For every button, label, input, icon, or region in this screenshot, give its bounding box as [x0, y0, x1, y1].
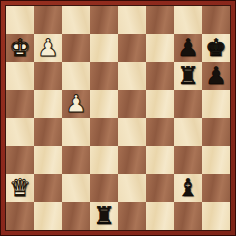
square-a8[interactable] — [6, 6, 34, 34]
square-b8[interactable] — [34, 6, 62, 34]
square-c6[interactable] — [62, 62, 90, 90]
square-c5[interactable]: ♟ — [62, 90, 90, 118]
piece-black-rook[interactable]: ♜ — [93, 202, 115, 230]
square-c3[interactable] — [62, 146, 90, 174]
square-f6[interactable] — [146, 62, 174, 90]
square-c4[interactable] — [62, 118, 90, 146]
square-c1[interactable] — [62, 202, 90, 230]
square-g7[interactable]: ♟ — [174, 34, 202, 62]
square-b4[interactable] — [34, 118, 62, 146]
square-a3[interactable] — [6, 146, 34, 174]
piece-black-bishop[interactable]: ♝ — [177, 174, 199, 202]
square-f4[interactable] — [146, 118, 174, 146]
square-g2[interactable]: ♝ — [174, 174, 202, 202]
square-g6[interactable]: ♜ — [174, 62, 202, 90]
square-d4[interactable] — [90, 118, 118, 146]
piece-black-king[interactable]: ♚ — [205, 34, 227, 62]
piece-white-pawn[interactable]: ♟ — [37, 34, 59, 62]
square-h5[interactable] — [202, 90, 230, 118]
square-d7[interactable] — [90, 34, 118, 62]
square-b2[interactable] — [34, 174, 62, 202]
square-f5[interactable] — [146, 90, 174, 118]
square-d3[interactable] — [90, 146, 118, 174]
square-a4[interactable] — [6, 118, 34, 146]
square-d2[interactable] — [90, 174, 118, 202]
square-c7[interactable] — [62, 34, 90, 62]
square-c8[interactable] — [62, 6, 90, 34]
piece-white-king[interactable]: ♚ — [9, 34, 31, 62]
square-g8[interactable] — [174, 6, 202, 34]
piece-black-pawn[interactable]: ♟ — [205, 62, 227, 90]
square-e7[interactable] — [118, 34, 146, 62]
square-d1[interactable]: ♜ — [90, 202, 118, 230]
square-b1[interactable] — [34, 202, 62, 230]
square-g5[interactable] — [174, 90, 202, 118]
square-a2[interactable]: ♛ — [6, 174, 34, 202]
square-b3[interactable] — [34, 146, 62, 174]
square-h7[interactable]: ♚ — [202, 34, 230, 62]
piece-black-rook[interactable]: ♜ — [177, 62, 199, 90]
square-a5[interactable] — [6, 90, 34, 118]
square-e6[interactable] — [118, 62, 146, 90]
piece-white-pawn[interactable]: ♟ — [65, 90, 87, 118]
square-f1[interactable] — [146, 202, 174, 230]
square-f7[interactable] — [146, 34, 174, 62]
square-e2[interactable] — [118, 174, 146, 202]
chessboard: ♚♟♟♚♜♟♟♛♝♜ — [5, 5, 231, 231]
square-h8[interactable] — [202, 6, 230, 34]
square-c2[interactable] — [62, 174, 90, 202]
square-a1[interactable] — [6, 202, 34, 230]
piece-black-pawn[interactable]: ♟ — [177, 34, 199, 62]
square-d6[interactable] — [90, 62, 118, 90]
square-d5[interactable] — [90, 90, 118, 118]
square-f2[interactable] — [146, 174, 174, 202]
square-h4[interactable] — [202, 118, 230, 146]
square-e1[interactable] — [118, 202, 146, 230]
square-h1[interactable] — [202, 202, 230, 230]
chessboard-frame: ♚♟♟♚♜♟♟♛♝♜ — [0, 0, 236, 236]
square-b7[interactable]: ♟ — [34, 34, 62, 62]
square-d8[interactable] — [90, 6, 118, 34]
square-h3[interactable] — [202, 146, 230, 174]
square-a6[interactable] — [6, 62, 34, 90]
square-e4[interactable] — [118, 118, 146, 146]
piece-white-queen[interactable]: ♛ — [9, 174, 31, 202]
square-b6[interactable] — [34, 62, 62, 90]
square-g4[interactable] — [174, 118, 202, 146]
square-g1[interactable] — [174, 202, 202, 230]
square-e8[interactable] — [118, 6, 146, 34]
square-h6[interactable]: ♟ — [202, 62, 230, 90]
square-e5[interactable] — [118, 90, 146, 118]
square-b5[interactable] — [34, 90, 62, 118]
square-f8[interactable] — [146, 6, 174, 34]
square-h2[interactable] — [202, 174, 230, 202]
square-e3[interactable] — [118, 146, 146, 174]
square-g3[interactable] — [174, 146, 202, 174]
square-f3[interactable] — [146, 146, 174, 174]
square-a7[interactable]: ♚ — [6, 34, 34, 62]
